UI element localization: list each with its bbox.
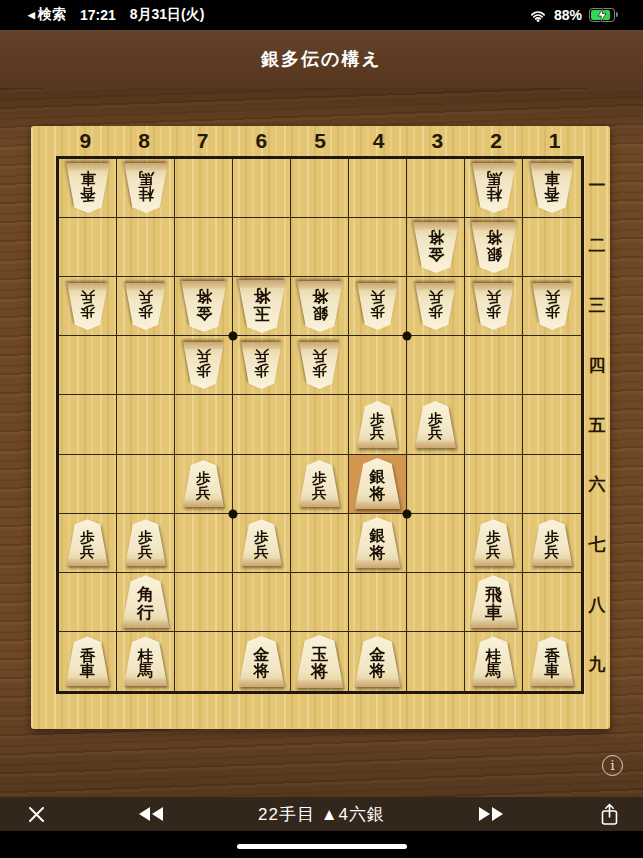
shogi-piece-歩兵-sente: 歩兵 <box>299 460 340 507</box>
home-indicator[interactable] <box>237 844 407 849</box>
rank-label: 四 <box>584 335 610 395</box>
board-cell-4三: 歩兵 <box>349 277 407 336</box>
board-cell-8六 <box>117 455 175 514</box>
board-cell-5五 <box>291 395 349 454</box>
board-cell-8七: 歩兵 <box>117 514 175 573</box>
shogi-piece-桂馬-gote: 桂馬 <box>472 163 516 213</box>
shogi-piece-玉将-sente: 玉将 <box>296 635 344 688</box>
shogi-piece-歩兵-gote: 歩兵 <box>532 283 573 330</box>
shogi-piece-歩兵-sente: 歩兵 <box>357 401 398 448</box>
title-bar: 銀多伝の構え <box>0 30 643 88</box>
board-cell-9九: 香車 <box>59 632 117 691</box>
shogi-piece-歩兵-gote: 歩兵 <box>125 283 166 330</box>
info-button[interactable]: i <box>602 755 623 776</box>
shogi-piece-歩兵-gote: 歩兵 <box>415 283 456 330</box>
board-cell-6一 <box>233 159 291 218</box>
board-cell-4八 <box>349 573 407 632</box>
status-time: 17:21 <box>80 7 116 23</box>
board-cell-2七: 歩兵 <box>465 514 523 573</box>
wifi-icon <box>529 9 547 22</box>
shogi-piece-金将-gote: 金将 <box>413 222 459 273</box>
star-point <box>229 509 238 518</box>
shogi-piece-歩兵-gote: 歩兵 <box>299 342 340 389</box>
board-cell-6五 <box>233 395 291 454</box>
board-cell-2四 <box>465 336 523 395</box>
board-cell-8五 <box>117 395 175 454</box>
rank-label: 二 <box>584 216 610 276</box>
board-cell-1六 <box>523 455 581 514</box>
shogi-piece-香車-sente: 香車 <box>66 636 110 686</box>
board-cell-5八 <box>291 573 349 632</box>
board-cell-3五: 歩兵 <box>407 395 465 454</box>
rank-label: 三 <box>584 276 610 336</box>
rank-label: 六 <box>584 455 610 515</box>
board-cell-8二 <box>117 218 175 277</box>
board-cell-7三: 金将 <box>175 277 233 336</box>
board-cell-4七: 銀将 <box>349 514 407 573</box>
rank-label: 五 <box>584 395 610 455</box>
board-cell-6二 <box>233 218 291 277</box>
board-cell-2五 <box>465 395 523 454</box>
shogi-piece-金将-sente: 金将 <box>355 636 401 687</box>
shogi-piece-歩兵-sente: 歩兵 <box>532 519 573 566</box>
board-cell-8四 <box>117 336 175 395</box>
file-label: 9 <box>56 126 115 156</box>
fast-forward-icon <box>478 806 504 822</box>
shogi-piece-歩兵-gote: 歩兵 <box>67 283 108 330</box>
file-label: 1 <box>525 126 584 156</box>
board-cell-5二 <box>291 218 349 277</box>
board-cell-2一: 桂馬 <box>465 159 523 218</box>
board-cell-8九: 桂馬 <box>117 632 175 691</box>
board-cell-4五: 歩兵 <box>349 395 407 454</box>
board-cell-6八 <box>233 573 291 632</box>
board-cell-3四 <box>407 336 465 395</box>
file-label: 5 <box>291 126 350 156</box>
rank-label: 七 <box>584 515 610 575</box>
shogi-piece-玉将-gote: 玉将 <box>238 280 286 333</box>
shogi-piece-歩兵-gote: 歩兵 <box>183 342 224 389</box>
shogi-piece-歩兵-sente: 歩兵 <box>67 519 108 566</box>
star-point <box>403 332 412 341</box>
board-cell-8一: 桂馬 <box>117 159 175 218</box>
board-cell-9八 <box>59 573 117 632</box>
bottom-strip <box>0 831 643 858</box>
board-cell-2八: 飛車 <box>465 573 523 632</box>
star-point <box>229 332 238 341</box>
file-label: 2 <box>467 126 526 156</box>
shogi-piece-歩兵-gote: 歩兵 <box>241 342 282 389</box>
board-cell-3六 <box>407 455 465 514</box>
next-move-button[interactable] <box>474 797 508 831</box>
rank-label: 九 <box>584 634 610 694</box>
rank-labels: 一二三四五六七八九 <box>584 156 610 694</box>
shogi-piece-金将-sente: 金将 <box>239 636 285 687</box>
playback-toolbar: 22手目 ▲4六銀 <box>0 797 643 831</box>
shogi-piece-香車-gote: 香車 <box>66 163 110 213</box>
board-cell-3九 <box>407 632 465 691</box>
back-triangle-icon: ◀ <box>28 11 35 20</box>
shogi-piece-金将-gote: 金将 <box>181 281 227 332</box>
status-bar: ◀ 検索 17:21 8月31日(火) 88% <box>0 0 643 30</box>
board-cell-6九: 金将 <box>233 632 291 691</box>
board-cell-3二: 金将 <box>407 218 465 277</box>
shogi-piece-歩兵-sente: 歩兵 <box>183 460 224 507</box>
shogi-piece-飛車-sente: 飛車 <box>470 575 518 628</box>
board-cell-7四: 歩兵 <box>175 336 233 395</box>
board-cell-9六 <box>59 455 117 514</box>
board-cell-3三: 歩兵 <box>407 277 465 336</box>
board-cell-7二 <box>175 218 233 277</box>
file-label: 3 <box>408 126 467 156</box>
shogi-piece-歩兵-sente: 歩兵 <box>415 401 456 448</box>
board-cell-2二: 銀将 <box>465 218 523 277</box>
battery-charging-icon <box>589 8 615 22</box>
board-cell-3七 <box>407 514 465 573</box>
shogi-piece-歩兵-sente: 歩兵 <box>473 519 514 566</box>
board-cell-4六: 銀将 <box>349 455 407 514</box>
table-background: 987654321 一二三四五六七八九 香車桂馬桂馬香車金将銀将歩兵歩兵金将玉将… <box>0 88 643 797</box>
shogi-piece-角行-sente: 角行 <box>122 575 170 628</box>
file-labels: 987654321 <box>56 126 584 156</box>
back-to-search-button[interactable]: ◀ 検索 <box>28 6 66 24</box>
share-button[interactable] <box>595 797 623 831</box>
board-cell-1九: 香車 <box>523 632 581 691</box>
board-cell-1四 <box>523 336 581 395</box>
board-cell-1三: 歩兵 <box>523 277 581 336</box>
board-cell-5六: 歩兵 <box>291 455 349 514</box>
board-cell-2三: 歩兵 <box>465 277 523 336</box>
board-grid: 香車桂馬桂馬香車金将銀将歩兵歩兵金将玉将銀将歩兵歩兵歩兵歩兵歩兵歩兵歩兵歩兵歩兵… <box>56 156 584 694</box>
app-screen: ◀ 検索 17:21 8月31日(火) 88% 銀多伝の構え 9876 <box>0 0 643 858</box>
board-cell-7一 <box>175 159 233 218</box>
board-cell-9三: 歩兵 <box>59 277 117 336</box>
board-cell-9四 <box>59 336 117 395</box>
board-cell-1八 <box>523 573 581 632</box>
board-cell-8三: 歩兵 <box>117 277 175 336</box>
board-cell-5一 <box>291 159 349 218</box>
shogi-piece-歩兵-sente: 歩兵 <box>125 519 166 566</box>
board-cell-4二 <box>349 218 407 277</box>
board-cell-3一 <box>407 159 465 218</box>
shogi-board: 987654321 一二三四五六七八九 香車桂馬桂馬香車金将銀将歩兵歩兵金将玉将… <box>31 126 610 729</box>
shogi-piece-歩兵-gote: 歩兵 <box>473 283 514 330</box>
board-cell-1五 <box>523 395 581 454</box>
shogi-piece-香車-gote: 香車 <box>530 163 574 213</box>
shogi-piece-銀将-sente: 銀将 <box>355 517 401 568</box>
shogi-piece-香車-sente: 香車 <box>530 636 574 686</box>
board-cell-4四 <box>349 336 407 395</box>
board-cell-7九 <box>175 632 233 691</box>
page-title: 銀多伝の構え <box>261 47 382 71</box>
board-cell-1七: 歩兵 <box>523 514 581 573</box>
shogi-piece-銀将-sente: 銀将 <box>355 458 401 509</box>
shogi-piece-桂馬-sente: 桂馬 <box>472 636 516 686</box>
board-cell-7七 <box>175 514 233 573</box>
board-cell-6三: 玉将 <box>233 277 291 336</box>
board-cell-7五 <box>175 395 233 454</box>
shogi-piece-桂馬-sente: 桂馬 <box>124 636 168 686</box>
board-cell-5七 <box>291 514 349 573</box>
move-status-text: 22手目 ▲4六銀 <box>0 797 643 831</box>
board-cell-2九: 桂馬 <box>465 632 523 691</box>
board-cell-9二 <box>59 218 117 277</box>
board-cell-9七: 歩兵 <box>59 514 117 573</box>
rank-label: 一 <box>584 156 610 216</box>
shogi-piece-歩兵-sente: 歩兵 <box>241 519 282 566</box>
rank-label: 八 <box>584 574 610 634</box>
share-icon <box>600 803 619 826</box>
board-cell-5三: 銀将 <box>291 277 349 336</box>
battery-percent: 88% <box>554 7 582 23</box>
file-label: 8 <box>115 126 174 156</box>
shogi-piece-銀将-gote: 銀将 <box>471 222 517 273</box>
board-cell-6六 <box>233 455 291 514</box>
board-cell-5九: 玉将 <box>291 632 349 691</box>
file-label: 4 <box>349 126 408 156</box>
board-cell-9一: 香車 <box>59 159 117 218</box>
board-cell-9五 <box>59 395 117 454</box>
board-cell-1一: 香車 <box>523 159 581 218</box>
board-cell-6四: 歩兵 <box>233 336 291 395</box>
shogi-piece-歩兵-gote: 歩兵 <box>357 283 398 330</box>
file-label: 6 <box>232 126 291 156</box>
shogi-piece-桂馬-gote: 桂馬 <box>124 163 168 213</box>
board-cell-1二 <box>523 218 581 277</box>
board-cell-2六 <box>465 455 523 514</box>
board-cell-4九: 金将 <box>349 632 407 691</box>
board-cell-6七: 歩兵 <box>233 514 291 573</box>
board-cell-7八 <box>175 573 233 632</box>
file-label: 7 <box>173 126 232 156</box>
board-cell-4一 <box>349 159 407 218</box>
status-date: 8月31日(火) <box>130 6 205 24</box>
board-cell-8八: 角行 <box>117 573 175 632</box>
board-cell-3八 <box>407 573 465 632</box>
board-cell-5四: 歩兵 <box>291 336 349 395</box>
board-cell-7六: 歩兵 <box>175 455 233 514</box>
back-label: 検索 <box>38 6 66 24</box>
shogi-piece-銀将-gote: 銀将 <box>297 281 343 332</box>
star-point <box>403 509 412 518</box>
